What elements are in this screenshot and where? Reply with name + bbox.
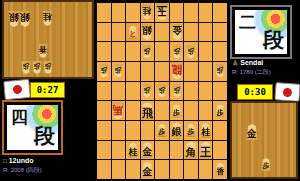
shogi-piece-桂[interactable]: 桂 <box>142 5 153 20</box>
shogi-piece-歩[interactable]: 歩 <box>142 45 152 58</box>
rank-kanji: 四 <box>11 106 28 129</box>
board-cell[interactable] <box>112 3 126 22</box>
shogi-piece-歩[interactable]: 歩 <box>261 158 271 171</box>
player-badge-icon: □ <box>3 158 7 164</box>
board-cell[interactable] <box>112 160 126 179</box>
player-name-text: Sendai <box>240 59 263 66</box>
board-cell[interactable] <box>170 141 184 160</box>
board-cell[interactable]: 金 <box>141 160 155 179</box>
board-cell[interactable] <box>213 3 227 22</box>
board-cell[interactable] <box>213 141 227 160</box>
board-cell[interactable]: 銀 <box>141 23 155 42</box>
shogi-piece-銀[interactable]: 銀 <box>171 122 183 138</box>
left-rank-calligraphy-card: 四 段 <box>7 105 58 150</box>
board-cell[interactable] <box>141 121 155 140</box>
board-cell[interactable] <box>155 62 169 81</box>
shogi-piece-歩[interactable]: 歩 <box>157 124 167 137</box>
right-rank-card-frame: 二 段 <box>230 5 292 59</box>
board-cell[interactable]: 歩 <box>112 62 126 81</box>
shogi-piece-歩[interactable]: 歩 <box>215 65 225 78</box>
board-cell[interactable] <box>199 82 213 101</box>
board-cell[interactable] <box>199 3 213 22</box>
board-cell[interactable]: 歩 <box>141 82 155 101</box>
board-cell[interactable] <box>126 160 140 179</box>
board-cell[interactable] <box>126 3 140 22</box>
board-cell[interactable]: 香 <box>213 160 227 179</box>
board-cell[interactable] <box>126 62 140 81</box>
right-player-panel: 二 段 ♟Sendai R: 1780 (二段) 0:30 金歩 <box>228 0 300 181</box>
right-player-rating: R: 1780 (二段) <box>232 68 271 77</box>
left-rank-card-frame: 四 段 <box>2 100 63 155</box>
shogi-piece-香[interactable]: 香 <box>38 44 48 58</box>
board-cell[interactable] <box>155 160 169 179</box>
board-cell[interactable] <box>97 141 111 160</box>
flag-red-disc <box>283 87 293 97</box>
board-cell[interactable]: 歩 <box>155 82 169 101</box>
board-cell[interactable]: 歩 <box>170 82 184 101</box>
shogi-piece-金[interactable]: 金 <box>246 124 258 140</box>
shogi-piece-金[interactable]: 金 <box>171 24 183 40</box>
board-cell[interactable]: 桂 <box>199 121 213 140</box>
board-cell[interactable] <box>184 23 198 42</box>
board-cell[interactable] <box>97 42 111 61</box>
shogi-piece-歩[interactable]: 歩 <box>172 104 182 117</box>
board-cell[interactable]: 歩 <box>213 62 227 81</box>
board-cell[interactable]: 銀 <box>170 121 184 140</box>
board-cell[interactable] <box>126 82 140 101</box>
board-cell[interactable]: 金 <box>141 141 155 160</box>
board-cell[interactable] <box>213 23 227 42</box>
board-frame: 桂玉と銀金歩歩歩歩歩龍歩歩歩歩馬飛歩歩歩銀歩桂桂金角王金香 <box>94 0 228 181</box>
shogi-piece-歩[interactable]: 歩 <box>157 84 167 97</box>
board-cell[interactable] <box>213 121 227 140</box>
board-cell[interactable] <box>170 3 184 22</box>
board-cell[interactable] <box>213 82 227 101</box>
board-cell[interactable] <box>112 121 126 140</box>
shogi-piece-歩[interactable]: 歩 <box>172 84 182 97</box>
board-cell[interactable] <box>184 62 198 81</box>
shogi-piece-銀[interactable]: 銀 <box>19 11 31 27</box>
board-cell[interactable]: 龍 <box>170 62 184 81</box>
right-rank-calligraphy-card: 二 段 <box>235 10 287 54</box>
board-cell[interactable] <box>97 82 111 101</box>
player-name-text: 12undo <box>9 157 34 164</box>
board-cell[interactable] <box>199 23 213 42</box>
board-cell[interactable] <box>213 42 227 61</box>
board-cell[interactable] <box>184 101 198 120</box>
player-badge-icon: ♟ <box>232 59 238 66</box>
board-cell[interactable] <box>97 23 111 42</box>
board-cell[interactable] <box>126 121 140 140</box>
board-cell[interactable]: 歩 <box>170 101 184 120</box>
board-cell[interactable] <box>155 42 169 61</box>
shogi-piece-桂[interactable]: 桂 <box>200 123 211 138</box>
shogi-piece-歩[interactable]: 歩 <box>186 124 196 137</box>
shogi-piece-角[interactable]: 角 <box>185 141 198 158</box>
board-cell[interactable] <box>184 160 198 179</box>
shogi-piece-歩[interactable]: 歩 <box>21 61 31 74</box>
left-player-name: □12undo <box>3 157 34 164</box>
board-cell[interactable]: 歩 <box>213 101 227 120</box>
flag-red-disc <box>12 85 22 95</box>
board-cell[interactable]: 歩 <box>97 62 111 81</box>
shogi-piece-歩[interactable]: 歩 <box>186 45 196 58</box>
board-cell[interactable]: 歩 <box>170 42 184 61</box>
board-cell[interactable] <box>199 62 213 81</box>
board-cell[interactable]: 歩 <box>184 121 198 140</box>
board-cell[interactable] <box>184 3 198 22</box>
shogi-piece-玉[interactable]: 玉 <box>155 4 168 21</box>
board-cell[interactable] <box>112 23 126 42</box>
board-cell[interactable]: 角 <box>184 141 198 160</box>
board-cell[interactable] <box>126 101 140 120</box>
shogi-piece-馬[interactable]: 馬 <box>112 102 125 119</box>
board-cell[interactable] <box>97 160 111 179</box>
board-cell[interactable]: 歩 <box>155 121 169 140</box>
shogi-piece-歩[interactable]: 歩 <box>215 104 225 117</box>
board-cell[interactable]: 玉 <box>155 3 169 22</box>
board-cell[interactable] <box>112 42 126 61</box>
left-player-panel: 銀銀桂香歩歩歩 0:27 四 段 □12undo R: 2008 (四段) <box>0 0 94 181</box>
board-cell[interactable] <box>155 101 169 120</box>
board-cell[interactable] <box>199 42 213 61</box>
right-player-name: ♟Sendai <box>232 59 263 67</box>
japan-flag-icon <box>274 82 300 102</box>
board-cell[interactable] <box>199 160 213 179</box>
shogi-piece-香[interactable]: 香 <box>215 163 225 177</box>
shogi-app-window: 銀銀桂香歩歩歩 0:27 四 段 □12undo R: 2008 (四段) 桂玉… <box>0 0 300 181</box>
board-cell[interactable]: 歩 <box>184 42 198 61</box>
shogi-piece-銀[interactable]: 銀 <box>141 24 153 40</box>
board-cell[interactable]: 桂 <box>141 3 155 22</box>
board-cell[interactable]: 馬 <box>112 101 126 120</box>
gote-captured-tray: 銀銀桂香歩歩歩 <box>2 0 94 79</box>
rank-kanji: 段 <box>263 26 284 54</box>
board-cell[interactable] <box>141 62 155 81</box>
left-player-rating: R: 2008 (四段) <box>3 166 42 175</box>
shogi-piece-王[interactable]: 王 <box>199 141 212 158</box>
shogi-piece-歩[interactable]: 歩 <box>32 61 42 74</box>
board-cell[interactable] <box>155 23 169 42</box>
board-cell[interactable] <box>199 101 213 120</box>
shogi-piece-歩[interactable]: 歩 <box>99 65 109 78</box>
left-player-clock: 0:27 <box>30 82 65 98</box>
board-cell[interactable]: 王 <box>199 141 213 160</box>
shogi-piece-歩[interactable]: 歩 <box>142 84 152 97</box>
shogi-piece-桂[interactable]: 桂 <box>42 11 53 26</box>
shogi-piece-龍[interactable]: 龍 <box>170 63 183 80</box>
shogi-piece-歩[interactable]: 歩 <box>113 65 123 78</box>
shogi-piece-歩[interactable]: 歩 <box>172 45 182 58</box>
board-cell[interactable]: と <box>126 23 140 42</box>
shogi-piece-と[interactable]: と <box>128 25 138 38</box>
board-cell[interactable] <box>112 141 126 160</box>
sente-captured-tray: 金歩 <box>230 101 298 179</box>
board-cell[interactable] <box>155 141 169 160</box>
board-cell[interactable]: 歩 <box>141 42 155 61</box>
board-cell[interactable] <box>97 3 111 22</box>
board-cell[interactable] <box>170 160 184 179</box>
board-cell[interactable]: 桂 <box>126 141 140 160</box>
board-cell[interactable]: 金 <box>170 23 184 42</box>
shogi-piece-桂[interactable]: 桂 <box>127 142 138 157</box>
board-cell[interactable]: 飛 <box>141 101 155 120</box>
board-cell[interactable] <box>184 82 198 101</box>
rank-kanji: 二 <box>239 11 256 34</box>
right-player-clock: 0:30 <box>237 84 273 100</box>
board-cell[interactable] <box>112 82 126 101</box>
shogi-piece-金[interactable]: 金 <box>141 162 153 178</box>
shogi-board[interactable]: 桂玉と銀金歩歩歩歩歩龍歩歩歩歩馬飛歩歩歩銀歩桂桂金角王金香 <box>97 3 227 179</box>
shogi-piece-飛[interactable]: 飛 <box>141 102 154 119</box>
shogi-piece-歩[interactable]: 歩 <box>43 61 53 74</box>
japan-flag-icon <box>3 79 31 100</box>
rank-kanji: 段 <box>34 122 55 150</box>
board-cell[interactable] <box>126 42 140 61</box>
shogi-piece-銀[interactable]: 銀 <box>8 11 20 27</box>
board-cell[interactable] <box>97 101 111 120</box>
board-cell[interactable] <box>97 121 111 140</box>
shogi-piece-金[interactable]: 金 <box>141 142 153 158</box>
